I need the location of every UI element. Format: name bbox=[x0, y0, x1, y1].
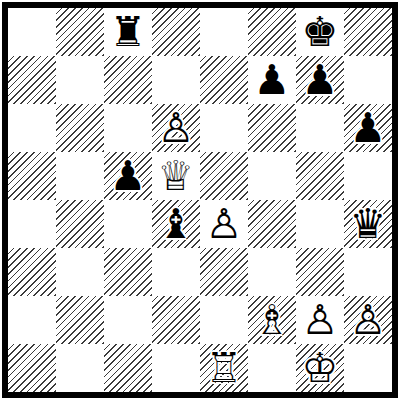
square-d2[interactable] bbox=[152, 296, 200, 344]
square-f6[interactable] bbox=[248, 104, 296, 152]
square-c6[interactable] bbox=[104, 104, 152, 152]
square-e6[interactable] bbox=[200, 104, 248, 152]
piece-black-pawn-f7: ♟ bbox=[254, 56, 291, 104]
square-e5[interactable] bbox=[200, 152, 248, 200]
square-c8[interactable]: ♜ bbox=[104, 8, 152, 56]
square-e8[interactable] bbox=[200, 8, 248, 56]
square-e1[interactable]: ♖ bbox=[200, 344, 248, 392]
square-c1[interactable] bbox=[104, 344, 152, 392]
square-b8[interactable] bbox=[56, 8, 104, 56]
square-b3[interactable] bbox=[56, 248, 104, 296]
square-c4[interactable] bbox=[104, 200, 152, 248]
square-b4[interactable] bbox=[56, 200, 104, 248]
square-g7[interactable]: ♟ bbox=[296, 56, 344, 104]
square-f7[interactable]: ♟ bbox=[248, 56, 296, 104]
square-d1[interactable] bbox=[152, 344, 200, 392]
piece-black-pawn-g7: ♟ bbox=[302, 56, 339, 104]
square-b7[interactable] bbox=[56, 56, 104, 104]
square-e7[interactable] bbox=[200, 56, 248, 104]
square-b2[interactable] bbox=[56, 296, 104, 344]
square-a2[interactable] bbox=[8, 296, 56, 344]
square-g1[interactable]: ♔ bbox=[296, 344, 344, 392]
square-f3[interactable] bbox=[248, 248, 296, 296]
piece-black-rook-c8: ♜ bbox=[110, 8, 147, 56]
square-c5[interactable]: ♟ bbox=[104, 152, 152, 200]
piece-white-pawn-d6: ♙ bbox=[158, 104, 195, 152]
piece-black-queen-h4: ♛ bbox=[350, 200, 387, 248]
square-d3[interactable] bbox=[152, 248, 200, 296]
square-b6[interactable] bbox=[56, 104, 104, 152]
square-h5[interactable] bbox=[344, 152, 392, 200]
square-a1[interactable] bbox=[8, 344, 56, 392]
square-f2[interactable]: ♗ bbox=[248, 296, 296, 344]
piece-white-bishop-f2: ♗ bbox=[254, 296, 291, 344]
square-d5[interactable]: ♕ bbox=[152, 152, 200, 200]
square-a5[interactable] bbox=[8, 152, 56, 200]
square-g2[interactable]: ♙ bbox=[296, 296, 344, 344]
square-g3[interactable] bbox=[296, 248, 344, 296]
square-c2[interactable] bbox=[104, 296, 152, 344]
square-e2[interactable] bbox=[200, 296, 248, 344]
square-c3[interactable] bbox=[104, 248, 152, 296]
square-a3[interactable] bbox=[8, 248, 56, 296]
piece-black-king-g8: ♚ bbox=[302, 8, 339, 56]
square-g4[interactable] bbox=[296, 200, 344, 248]
square-h7[interactable] bbox=[344, 56, 392, 104]
chess-diagram: ♜♚♟♟♙♟♟♕♝♙♛♗♙♙♖♔ bbox=[0, 0, 400, 400]
board-frame: ♜♚♟♟♙♟♟♕♝♙♛♗♙♙♖♔ bbox=[2, 2, 398, 398]
piece-black-pawn-c5: ♟ bbox=[110, 152, 147, 200]
square-h8[interactable] bbox=[344, 8, 392, 56]
square-h1[interactable] bbox=[344, 344, 392, 392]
square-e4[interactable]: ♙ bbox=[200, 200, 248, 248]
square-f1[interactable] bbox=[248, 344, 296, 392]
square-a4[interactable] bbox=[8, 200, 56, 248]
piece-white-pawn-e4: ♙ bbox=[206, 200, 243, 248]
square-f5[interactable] bbox=[248, 152, 296, 200]
square-b5[interactable] bbox=[56, 152, 104, 200]
piece-white-pawn-g2: ♙ bbox=[302, 296, 339, 344]
square-d4[interactable]: ♝ bbox=[152, 200, 200, 248]
square-h6[interactable]: ♟ bbox=[344, 104, 392, 152]
square-f8[interactable] bbox=[248, 8, 296, 56]
square-d6[interactable]: ♙ bbox=[152, 104, 200, 152]
square-g5[interactable] bbox=[296, 152, 344, 200]
square-g6[interactable] bbox=[296, 104, 344, 152]
piece-white-queen-d5: ♕ bbox=[158, 152, 195, 200]
square-a6[interactable] bbox=[8, 104, 56, 152]
square-d8[interactable] bbox=[152, 8, 200, 56]
square-b1[interactable] bbox=[56, 344, 104, 392]
square-h4[interactable]: ♛ bbox=[344, 200, 392, 248]
chess-board: ♜♚♟♟♙♟♟♕♝♙♛♗♙♙♖♔ bbox=[8, 8, 392, 392]
piece-black-bishop-d4: ♝ bbox=[158, 200, 195, 248]
square-c7[interactable] bbox=[104, 56, 152, 104]
piece-black-pawn-h6: ♟ bbox=[350, 104, 387, 152]
piece-white-king-g1: ♔ bbox=[302, 344, 339, 392]
square-g8[interactable]: ♚ bbox=[296, 8, 344, 56]
square-f4[interactable] bbox=[248, 200, 296, 248]
square-a8[interactable] bbox=[8, 8, 56, 56]
square-e3[interactable] bbox=[200, 248, 248, 296]
piece-white-pawn-h2: ♙ bbox=[350, 296, 387, 344]
piece-white-rook-e1: ♖ bbox=[206, 344, 243, 392]
square-d7[interactable] bbox=[152, 56, 200, 104]
square-h3[interactable] bbox=[344, 248, 392, 296]
square-a7[interactable] bbox=[8, 56, 56, 104]
square-h2[interactable]: ♙ bbox=[344, 296, 392, 344]
